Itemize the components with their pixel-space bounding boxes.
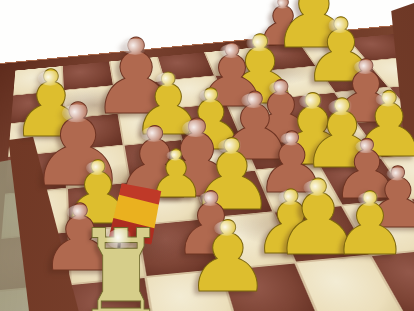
yellow-rook-b2: ♜ — [75, 213, 167, 311]
yellow-pawn-d3: ♟ — [184, 208, 272, 306]
yellow-pawn-g3: ♟ — [331, 181, 409, 268]
watercolor-chess-illustration: ♟♟♟♟♟♟♟♟♟♟♟♟♟♟♟♟♟♟♟♟♟♟♟♟♟♟♟♟♟♟♜ — [0, 0, 414, 311]
